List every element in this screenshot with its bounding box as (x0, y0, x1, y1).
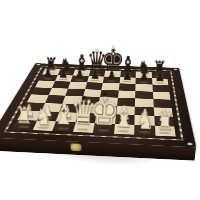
board: ♜♞♝♛♚♝♞♜♟♟♟♟♟♟♟♟♟♟♟♟♟♟♟♟♜♞♝♛♚♝♞♜ (0, 63, 196, 147)
white-bishop: ♝ (113, 102, 136, 132)
crown-accent (112, 46, 115, 50)
white-knight: ♞ (35, 105, 53, 129)
brass-clasp-icon (70, 143, 81, 151)
crown-accent (96, 49, 99, 53)
white-knight: ♞ (135, 109, 154, 133)
crown-accent (82, 96, 86, 101)
chess-set-photo: ♜♞♝♛♚♝♞♜♟♟♟♟♟♟♟♟♟♟♟♟♟♟♟♟♜♞♝♛♚♝♞♜ (0, 0, 200, 200)
white-rook: ♜ (156, 110, 175, 134)
crown-accent (103, 92, 107, 97)
white-rook: ♜ (15, 104, 33, 128)
